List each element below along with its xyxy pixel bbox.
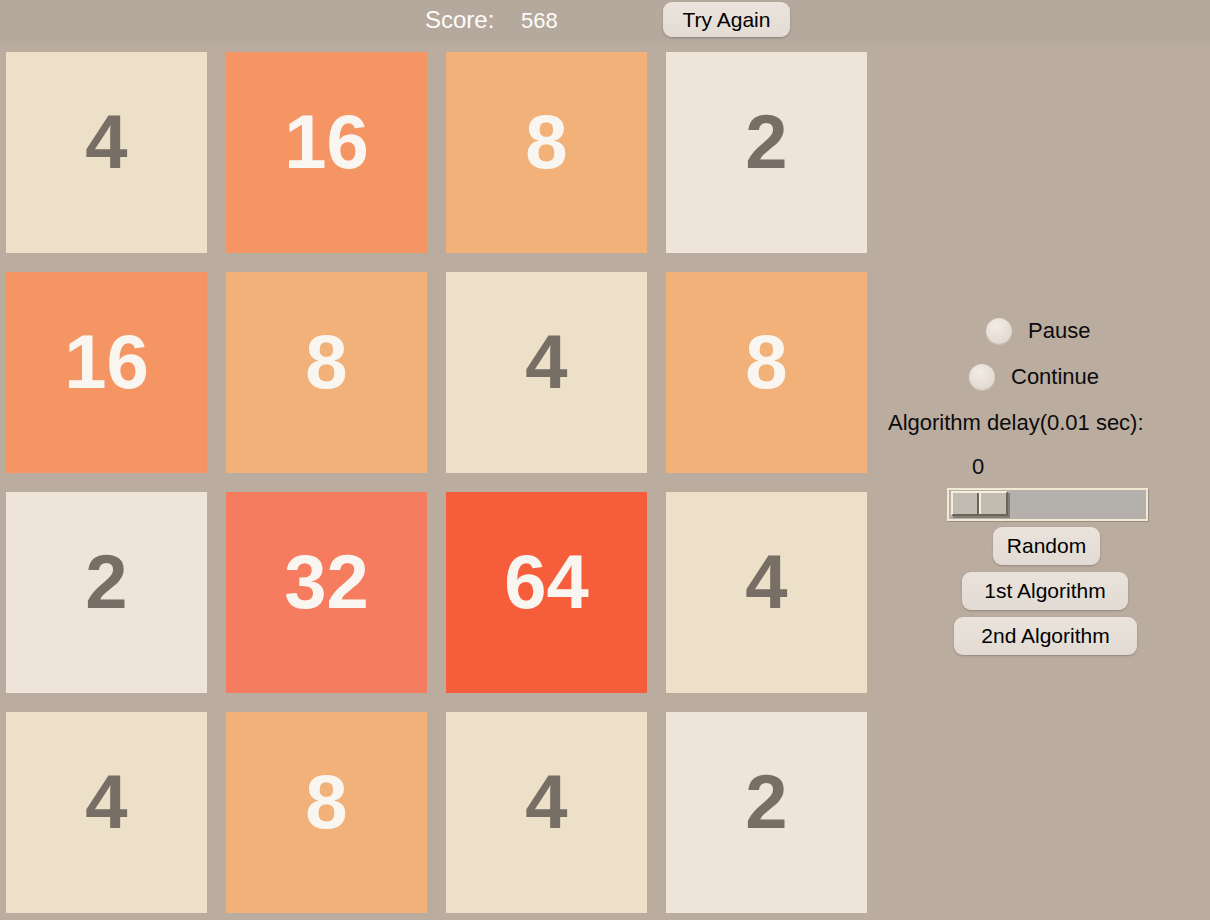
slider-value: 0 xyxy=(958,454,998,480)
score-label: Score: xyxy=(425,6,494,34)
slider-thumb-groove xyxy=(977,493,979,514)
tile-8: 8 xyxy=(226,272,427,473)
score-value: 568 xyxy=(521,8,558,34)
random-button[interactable]: Random xyxy=(993,527,1100,565)
tile-2: 2 xyxy=(6,492,207,693)
continue-radio[interactable]: Continue xyxy=(969,364,1099,390)
continue-radio-label: Continue xyxy=(1011,364,1099,390)
tile-4: 4 xyxy=(446,272,647,473)
radio-icon xyxy=(969,364,995,390)
try-again-button[interactable]: Try Again xyxy=(663,2,790,37)
slider-thumb[interactable] xyxy=(951,491,1008,516)
delay-slider[interactable] xyxy=(947,488,1148,521)
first-algorithm-button[interactable]: 1st Algorithm xyxy=(962,572,1128,610)
tile-16: 16 xyxy=(6,272,207,473)
tile-4: 4 xyxy=(446,712,647,913)
tile-4: 4 xyxy=(6,52,207,253)
tile-2: 2 xyxy=(666,712,867,913)
tile-4: 4 xyxy=(666,492,867,693)
second-algorithm-button[interactable]: 2nd Algorithm xyxy=(954,617,1137,655)
tile-8: 8 xyxy=(666,272,867,473)
tile-2: 2 xyxy=(666,52,867,253)
pause-radio-label: Pause xyxy=(1028,318,1090,344)
tile-4: 4 xyxy=(6,712,207,913)
app-window: Score: 568 Try Again 4168216848232644484… xyxy=(0,0,1210,920)
top-bar: Score: 568 Try Again xyxy=(0,0,1210,44)
tile-16: 16 xyxy=(226,52,427,253)
radio-icon xyxy=(986,318,1012,344)
board: 41682168482326444842 xyxy=(6,52,867,913)
algorithm-delay-label: Algorithm delay(0.01 sec): xyxy=(888,410,1144,436)
tile-8: 8 xyxy=(446,52,647,253)
pause-radio[interactable]: Pause xyxy=(986,318,1090,344)
tile-8: 8 xyxy=(226,712,427,913)
tile-64: 64 xyxy=(446,492,647,693)
tile-32: 32 xyxy=(226,492,427,693)
